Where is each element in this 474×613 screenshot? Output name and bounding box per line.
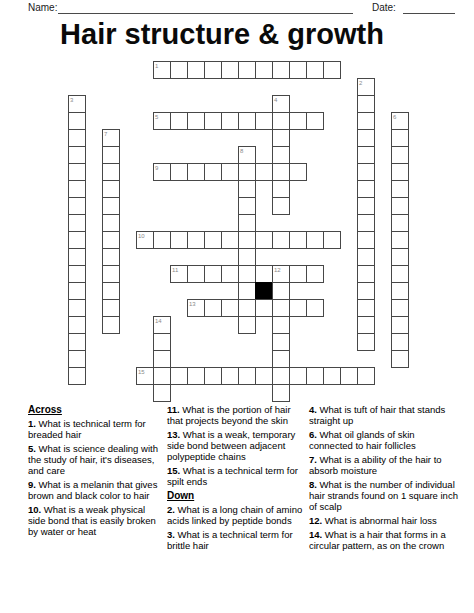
grid-cell[interactable] bbox=[221, 367, 239, 385]
grid-cell[interactable] bbox=[238, 248, 256, 266]
grid-cell[interactable] bbox=[187, 265, 205, 283]
grid-cell[interactable] bbox=[238, 146, 256, 164]
grid-cell[interactable] bbox=[391, 214, 409, 232]
grid-cell[interactable] bbox=[357, 197, 375, 215]
grid-cell[interactable] bbox=[238, 197, 256, 215]
grid-cell[interactable] bbox=[102, 180, 120, 198]
grid-cell[interactable] bbox=[306, 231, 324, 249]
grid-cell[interactable] bbox=[102, 231, 120, 249]
grid-cell[interactable] bbox=[306, 367, 324, 385]
grid-cell[interactable] bbox=[238, 163, 256, 181]
grid-cell[interactable] bbox=[323, 231, 341, 249]
grid-cell[interactable] bbox=[255, 163, 273, 181]
grid-cell[interactable] bbox=[272, 316, 290, 334]
grid-cell[interactable] bbox=[357, 163, 375, 181]
grid-cell[interactable] bbox=[204, 367, 222, 385]
grid-cell[interactable] bbox=[170, 231, 188, 249]
grid-cell[interactable] bbox=[238, 282, 256, 300]
grid-cell[interactable] bbox=[238, 231, 256, 249]
grid-cell[interactable] bbox=[391, 112, 409, 130]
grid-cell[interactable] bbox=[357, 265, 375, 283]
grid-cell[interactable] bbox=[68, 129, 86, 147]
grid-cell[interactable] bbox=[204, 299, 222, 317]
clue-column-1: Across1. What is technical term for brea… bbox=[28, 404, 162, 540]
grid-cell[interactable] bbox=[306, 61, 324, 79]
grid-cell[interactable] bbox=[102, 316, 120, 334]
grid-cell[interactable] bbox=[102, 214, 120, 232]
grid-cell[interactable] bbox=[357, 248, 375, 266]
grid-cell[interactable] bbox=[204, 163, 222, 181]
grid-cell[interactable] bbox=[272, 282, 290, 300]
grid-cell[interactable] bbox=[153, 333, 171, 351]
grid-cell[interactable] bbox=[170, 163, 188, 181]
grid-cell[interactable] bbox=[357, 78, 375, 96]
grid-cell[interactable] bbox=[102, 146, 120, 164]
down-clue-12: 12. What is abnormal hair loss bbox=[309, 515, 459, 526]
grid-cell[interactable] bbox=[238, 61, 256, 79]
grid-cell[interactable] bbox=[238, 299, 256, 317]
grid-cell[interactable] bbox=[68, 282, 86, 300]
grid-cell[interactable] bbox=[391, 333, 409, 351]
grid-cell[interactable] bbox=[306, 265, 324, 283]
grid-cell[interactable] bbox=[221, 265, 239, 283]
grid-cell[interactable] bbox=[170, 265, 188, 283]
grid-cell[interactable] bbox=[391, 163, 409, 181]
grid-cell[interactable] bbox=[306, 299, 324, 317]
name-label: Name: bbox=[28, 2, 57, 13]
grid-cell[interactable] bbox=[68, 316, 86, 334]
black-cell bbox=[255, 282, 273, 300]
grid-cell[interactable] bbox=[136, 231, 154, 249]
grid-cell[interactable] bbox=[238, 316, 256, 334]
date-label: Date: bbox=[372, 2, 396, 13]
grid-cell[interactable] bbox=[238, 180, 256, 198]
grid-cell[interactable] bbox=[391, 299, 409, 317]
across-clue-1: 1. What is technical term for breaded ha… bbox=[28, 418, 162, 440]
grid-cell[interactable] bbox=[357, 214, 375, 232]
grid-cell[interactable] bbox=[102, 299, 120, 317]
grid-cell[interactable] bbox=[68, 214, 86, 232]
grid-cell[interactable] bbox=[68, 333, 86, 351]
grid-cell[interactable] bbox=[357, 129, 375, 147]
grid-cell[interactable] bbox=[272, 333, 290, 351]
grid-cell[interactable] bbox=[68, 146, 86, 164]
down-clue-6: 6. What oil glands of skin connected to … bbox=[309, 429, 459, 451]
across-clue-15: 15. What is a technical term for spilt e… bbox=[167, 465, 309, 487]
grid-cell[interactable] bbox=[102, 282, 120, 300]
down-heading: Down bbox=[167, 490, 309, 501]
crossword-grid: 123456789101112131415 bbox=[68, 61, 410, 403]
grid-cell[interactable] bbox=[102, 129, 120, 147]
grid-cell[interactable] bbox=[289, 163, 307, 181]
grid-cell[interactable] bbox=[68, 231, 86, 249]
across-heading: Across bbox=[28, 404, 162, 415]
grid-cell[interactable] bbox=[153, 112, 171, 130]
grid-cell[interactable] bbox=[153, 350, 171, 368]
name-field[interactable] bbox=[58, 0, 353, 14]
grid-cell[interactable] bbox=[153, 61, 171, 79]
grid-cell[interactable] bbox=[340, 367, 358, 385]
grid-cell[interactable] bbox=[238, 367, 256, 385]
grid-cell[interactable] bbox=[357, 333, 375, 351]
grid-cell[interactable] bbox=[255, 231, 273, 249]
down-clue-8: 8. What is the number of individual hair… bbox=[309, 479, 459, 512]
grid-cell[interactable] bbox=[187, 112, 205, 130]
grid-cell[interactable] bbox=[357, 146, 375, 164]
grid-cell[interactable] bbox=[68, 95, 86, 113]
grid-cell[interactable] bbox=[272, 265, 290, 283]
grid-cell[interactable] bbox=[221, 163, 239, 181]
grid-cell[interactable] bbox=[357, 231, 375, 249]
grid-cell[interactable] bbox=[272, 231, 290, 249]
down-clue-7: 7. What is a ability of the hair to abso… bbox=[309, 454, 459, 476]
grid-cell[interactable] bbox=[255, 61, 273, 79]
grid-cell[interactable] bbox=[68, 180, 86, 198]
grid-cell[interactable] bbox=[238, 112, 256, 130]
grid-cell[interactable] bbox=[357, 95, 375, 113]
grid-cell[interactable] bbox=[272, 112, 290, 130]
grid-cell[interactable] bbox=[68, 112, 86, 130]
grid-cell[interactable] bbox=[255, 265, 273, 283]
grid-cell[interactable] bbox=[255, 367, 273, 385]
across-clue-10: 10. What is a weak physical side bond th… bbox=[28, 504, 162, 537]
grid-cell[interactable] bbox=[391, 282, 409, 300]
grid-cell[interactable] bbox=[102, 248, 120, 266]
grid-cell[interactable] bbox=[204, 231, 222, 249]
grid-cell[interactable] bbox=[187, 299, 205, 317]
grid-cell[interactable] bbox=[272, 129, 290, 147]
grid-cell[interactable] bbox=[357, 316, 375, 334]
grid-cell[interactable] bbox=[187, 231, 205, 249]
clue-column-2: 11. What is the portion of hair that pro… bbox=[167, 404, 309, 554]
grid-cell[interactable] bbox=[204, 265, 222, 283]
grid-cell[interactable] bbox=[221, 231, 239, 249]
down-clue-4: 4. What is tuft of hair that stands stra… bbox=[309, 404, 459, 426]
grid-cell[interactable] bbox=[357, 180, 375, 198]
grid-cell[interactable] bbox=[357, 282, 375, 300]
grid-cell[interactable] bbox=[68, 163, 86, 181]
page-title: Hair structure & growth bbox=[0, 18, 459, 51]
date-field[interactable] bbox=[403, 0, 455, 14]
grid-cell[interactable] bbox=[391, 248, 409, 266]
grid-cell[interactable] bbox=[289, 61, 307, 79]
grid-cell[interactable] bbox=[272, 180, 290, 198]
grid-cell[interactable] bbox=[272, 61, 290, 79]
across-clue-5: 5. What is science dealing with the stud… bbox=[28, 443, 162, 476]
grid-cell[interactable] bbox=[153, 384, 171, 402]
grid-cell[interactable] bbox=[255, 112, 273, 130]
grid-cell[interactable] bbox=[272, 299, 290, 317]
clue-column-3: 4. What is tuft of hair that stands stra… bbox=[309, 404, 459, 554]
grid-cell[interactable] bbox=[68, 350, 86, 368]
grid-cell[interactable] bbox=[289, 231, 307, 249]
grid-cell[interactable] bbox=[68, 367, 86, 385]
grid-cell[interactable] bbox=[221, 299, 239, 317]
across-clue-9: 9. What is a melanin that gives brown an… bbox=[28, 479, 162, 501]
grid-cell[interactable] bbox=[238, 214, 256, 232]
grid-cell[interactable] bbox=[68, 299, 86, 317]
grid-cell[interactable] bbox=[153, 367, 171, 385]
grid-cell[interactable] bbox=[272, 146, 290, 164]
grid-cell[interactable] bbox=[272, 197, 290, 215]
grid-cell[interactable] bbox=[289, 299, 307, 317]
grid-cell[interactable] bbox=[102, 197, 120, 215]
across-clue-11: 11. What is the portion of hair that pro… bbox=[167, 404, 309, 426]
grid-cell[interactable] bbox=[306, 112, 324, 130]
grid-cell[interactable] bbox=[102, 163, 120, 181]
grid-cell[interactable] bbox=[170, 61, 188, 79]
grid-cell[interactable] bbox=[204, 112, 222, 130]
grid-cell[interactable] bbox=[357, 112, 375, 130]
grid-cell[interactable] bbox=[187, 61, 205, 79]
grid-cell[interactable] bbox=[391, 180, 409, 198]
grid-cell[interactable] bbox=[153, 163, 171, 181]
grid-cell[interactable] bbox=[102, 265, 120, 283]
grid-cell[interactable] bbox=[238, 265, 256, 283]
grid-cell[interactable] bbox=[391, 197, 409, 215]
grid-cell[interactable] bbox=[170, 367, 188, 385]
grid-cell[interactable] bbox=[255, 299, 273, 317]
grid-cell[interactable] bbox=[272, 367, 290, 385]
grid-cell[interactable] bbox=[187, 367, 205, 385]
grid-cell[interactable] bbox=[357, 299, 375, 317]
grid-cell[interactable] bbox=[289, 112, 307, 130]
grid-cell[interactable] bbox=[170, 112, 188, 130]
grid-cell[interactable] bbox=[391, 129, 409, 147]
grid-cell[interactable] bbox=[153, 231, 171, 249]
grid-cell[interactable] bbox=[153, 316, 171, 334]
grid-cell[interactable] bbox=[272, 95, 290, 113]
grid-cell[interactable] bbox=[221, 61, 239, 79]
grid-cell[interactable] bbox=[68, 265, 86, 283]
grid-cell[interactable] bbox=[187, 163, 205, 181]
grid-cell[interactable] bbox=[391, 146, 409, 164]
grid-cell[interactable] bbox=[357, 367, 375, 385]
down-clue-14: 14. What is a hair that forms in a circu… bbox=[309, 529, 459, 551]
across-clue-13: 13. What is a weak, temporary side bond … bbox=[167, 429, 309, 462]
grid-cell[interactable] bbox=[68, 197, 86, 215]
grid-cell[interactable] bbox=[391, 316, 409, 334]
down-clue-2: 2. What is a long chain of amino acids l… bbox=[167, 504, 309, 526]
grid-cell[interactable] bbox=[272, 350, 290, 368]
worksheet-page: Name: Date: Hair structure & growth 1234… bbox=[0, 0, 474, 613]
grid-cell[interactable] bbox=[204, 61, 222, 79]
grid-cell[interactable] bbox=[323, 367, 341, 385]
grid-cell[interactable] bbox=[289, 367, 307, 385]
grid-cell[interactable] bbox=[391, 231, 409, 249]
grid-cell[interactable] bbox=[221, 112, 239, 130]
grid-cell[interactable] bbox=[68, 248, 86, 266]
grid-cell[interactable] bbox=[391, 265, 409, 283]
grid-cell[interactable] bbox=[136, 367, 154, 385]
grid-cell[interactable] bbox=[272, 384, 290, 402]
grid-cell[interactable] bbox=[323, 61, 341, 79]
grid-cell[interactable] bbox=[391, 350, 409, 368]
grid-cell[interactable] bbox=[289, 265, 307, 283]
down-clue-3: 3. What is a technical term for brittle … bbox=[167, 529, 309, 551]
grid-cell[interactable] bbox=[272, 163, 290, 181]
